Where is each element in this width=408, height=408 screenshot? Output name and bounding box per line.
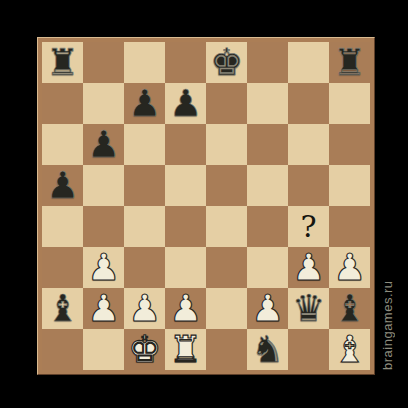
square-h6[interactable] (329, 124, 370, 165)
site-watermark: braingames.ru (378, 274, 396, 376)
square-b6[interactable]: ♟ (83, 124, 124, 165)
white-pawn: ♟ (128, 288, 161, 329)
square-e1[interactable] (206, 329, 247, 370)
black-rook: ♜ (333, 42, 366, 83)
square-b5[interactable] (83, 165, 124, 206)
square-e3[interactable] (206, 247, 247, 288)
white-king: ♚ (128, 329, 161, 370)
square-f1[interactable]: ♞ (247, 329, 288, 370)
square-g6[interactable] (288, 124, 329, 165)
square-d8[interactable] (165, 42, 206, 83)
square-h5[interactable] (329, 165, 370, 206)
square-f7[interactable] (247, 83, 288, 124)
square-g1[interactable] (288, 329, 329, 370)
black-pawn: ♟ (128, 83, 161, 124)
square-c3[interactable] (124, 247, 165, 288)
square-h2[interactable]: ♝ (329, 288, 370, 329)
white-bishop: ♝ (333, 329, 366, 370)
page-background: { "game": "chess", "site_watermark": "br… (0, 0, 408, 408)
square-g7[interactable] (288, 83, 329, 124)
square-b8[interactable] (83, 42, 124, 83)
black-pawn: ♟ (87, 124, 120, 165)
white-pawn: ♟ (292, 247, 325, 288)
square-c6[interactable] (124, 124, 165, 165)
square-c2[interactable]: ♟ (124, 288, 165, 329)
square-c4[interactable] (124, 206, 165, 247)
square-a1[interactable] (42, 329, 83, 370)
square-e4[interactable] (206, 206, 247, 247)
black-queen: ♛ (292, 288, 325, 329)
square-f8[interactable] (247, 42, 288, 83)
square-b3[interactable]: ♟ (83, 247, 124, 288)
square-e8[interactable]: ♚ (206, 42, 247, 83)
white-pawn: ♟ (169, 288, 202, 329)
square-d5[interactable] (165, 165, 206, 206)
square-c7[interactable]: ♟ (124, 83, 165, 124)
square-d7[interactable]: ♟ (165, 83, 206, 124)
square-f2[interactable]: ♟ (247, 288, 288, 329)
square-a3[interactable] (42, 247, 83, 288)
square-d2[interactable]: ♟ (165, 288, 206, 329)
annotation-question-mark: ? (300, 206, 316, 247)
chess-board: ♜♚♜♟♟♟♟?♟♟♟♝♟♟♟♟♛♝♚♜♞♝ (42, 42, 370, 370)
black-knight: ♞ (251, 329, 284, 370)
square-e7[interactable] (206, 83, 247, 124)
square-a2[interactable]: ♝ (42, 288, 83, 329)
square-d3[interactable] (165, 247, 206, 288)
black-pawn: ♟ (169, 83, 202, 124)
square-e2[interactable] (206, 288, 247, 329)
square-h7[interactable] (329, 83, 370, 124)
black-bishop: ♝ (333, 288, 366, 329)
square-g4[interactable]: ? (288, 206, 329, 247)
square-b1[interactable] (83, 329, 124, 370)
black-king: ♚ (210, 42, 243, 83)
black-bishop: ♝ (46, 288, 79, 329)
square-d4[interactable] (165, 206, 206, 247)
square-a4[interactable] (42, 206, 83, 247)
square-f5[interactable] (247, 165, 288, 206)
square-f4[interactable] (247, 206, 288, 247)
white-pawn: ♟ (333, 247, 366, 288)
square-b7[interactable] (83, 83, 124, 124)
square-g5[interactable] (288, 165, 329, 206)
square-g8[interactable] (288, 42, 329, 83)
square-d1[interactable]: ♜ (165, 329, 206, 370)
square-b2[interactable]: ♟ (83, 288, 124, 329)
square-g2[interactable]: ♛ (288, 288, 329, 329)
square-h8[interactable]: ♜ (329, 42, 370, 83)
square-c1[interactable]: ♚ (124, 329, 165, 370)
square-h3[interactable]: ♟ (329, 247, 370, 288)
chess-board-frame: ♜♚♜♟♟♟♟?♟♟♟♝♟♟♟♟♛♝♚♜♞♝ (37, 37, 375, 375)
white-pawn: ♟ (87, 247, 120, 288)
square-e6[interactable] (206, 124, 247, 165)
square-b4[interactable] (83, 206, 124, 247)
white-rook: ♜ (169, 329, 202, 370)
square-a7[interactable] (42, 83, 83, 124)
square-c5[interactable] (124, 165, 165, 206)
square-a8[interactable]: ♜ (42, 42, 83, 83)
square-d6[interactable] (165, 124, 206, 165)
square-h4[interactable] (329, 206, 370, 247)
square-f3[interactable] (247, 247, 288, 288)
black-pawn: ♟ (46, 165, 79, 206)
white-pawn: ♟ (87, 288, 120, 329)
square-c8[interactable] (124, 42, 165, 83)
square-e5[interactable] (206, 165, 247, 206)
black-rook: ♜ (46, 42, 79, 83)
white-pawn: ♟ (251, 288, 284, 329)
square-a6[interactable] (42, 124, 83, 165)
square-a5[interactable]: ♟ (42, 165, 83, 206)
square-g3[interactable]: ♟ (288, 247, 329, 288)
square-h1[interactable]: ♝ (329, 329, 370, 370)
square-f6[interactable] (247, 124, 288, 165)
